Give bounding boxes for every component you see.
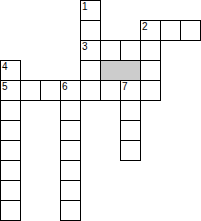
- cell-r2-c4[interactable]: [80, 40, 101, 61]
- cell-r10-c0[interactable]: [0, 200, 21, 221]
- cell-r4-c4[interactable]: [80, 80, 101, 101]
- cell-r1-c7[interactable]: [140, 20, 161, 41]
- cell-r0-c4[interactable]: [80, 0, 101, 21]
- cell-r7-c6[interactable]: [120, 140, 141, 161]
- cell-r1-c8[interactable]: [160, 20, 181, 41]
- cell-r10-c3[interactable]: [60, 200, 81, 221]
- cell-r5-c3[interactable]: [60, 100, 81, 121]
- cell-r9-c3[interactable]: [60, 180, 81, 201]
- cell-r4-c6[interactable]: [120, 80, 141, 101]
- cell-r2-c6[interactable]: [120, 40, 141, 61]
- cell-r1-c4[interactable]: [80, 20, 101, 41]
- cell-r8-c0[interactable]: [0, 160, 21, 181]
- crossword-grid: 1234567: [0, 0, 201, 221]
- blocked-cell-r3-c5: [100, 60, 141, 81]
- cell-r4-c3[interactable]: [60, 80, 81, 101]
- cell-r7-c0[interactable]: [0, 140, 21, 161]
- cell-r4-c0[interactable]: [0, 80, 21, 101]
- cell-r7-c3[interactable]: [60, 140, 81, 161]
- cell-r6-c0[interactable]: [0, 120, 21, 141]
- cell-r1-c9[interactable]: [180, 20, 201, 41]
- cell-r4-c7[interactable]: [140, 80, 161, 101]
- cell-r4-c1[interactable]: [20, 80, 41, 101]
- cell-r8-c3[interactable]: [60, 160, 81, 181]
- cell-r9-c0[interactable]: [0, 180, 21, 201]
- cell-r2-c5[interactable]: [100, 40, 121, 61]
- cell-r5-c6[interactable]: [120, 100, 141, 121]
- cell-r5-c0[interactable]: [0, 100, 21, 121]
- cell-r3-c7[interactable]: [140, 60, 161, 81]
- cell-r4-c5[interactable]: [100, 80, 121, 101]
- cell-r4-c2[interactable]: [40, 80, 61, 101]
- cell-r3-c0[interactable]: [0, 60, 21, 81]
- cell-r2-c7[interactable]: [140, 40, 161, 61]
- cell-r3-c4[interactable]: [80, 60, 101, 81]
- cell-r6-c3[interactable]: [60, 120, 81, 141]
- cell-r6-c6[interactable]: [120, 120, 141, 141]
